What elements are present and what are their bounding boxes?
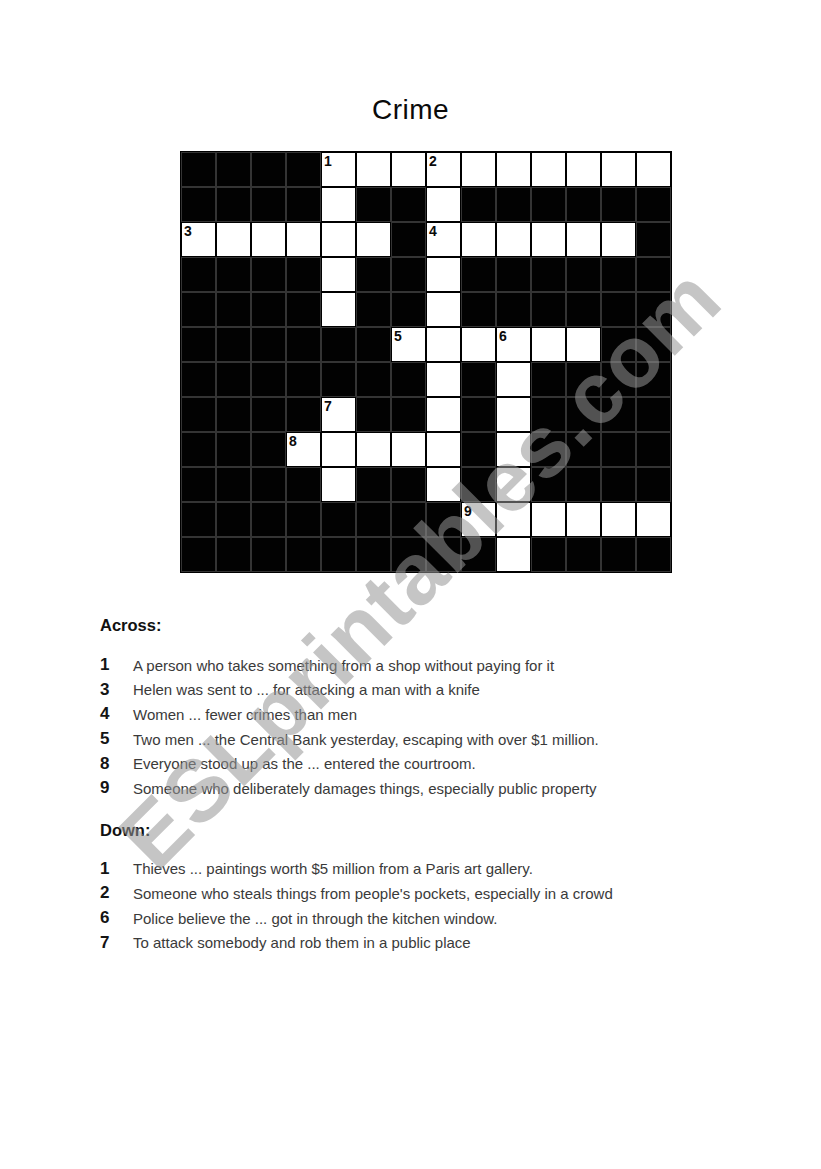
block-cell — [181, 292, 216, 327]
letter-cell[interactable] — [426, 187, 461, 222]
block-cell — [601, 362, 636, 397]
letter-cell[interactable] — [566, 327, 601, 362]
block-cell — [496, 187, 531, 222]
letter-cell[interactable] — [531, 152, 566, 187]
block-cell — [216, 432, 251, 467]
block-cell — [181, 187, 216, 222]
cell-number: 3 — [184, 223, 192, 239]
across-clue-number: 9 — [100, 778, 133, 798]
letter-cell[interactable] — [496, 432, 531, 467]
cell-number: 7 — [324, 398, 332, 414]
down-clue-text: Someone who steals things from people's … — [133, 885, 613, 902]
letter-cell[interactable] — [461, 327, 496, 362]
block-cell — [216, 362, 251, 397]
letter-cell[interactable] — [531, 222, 566, 257]
cell-number: 4 — [429, 223, 437, 239]
across-clue-number: 4 — [100, 704, 133, 724]
cell-number: 9 — [464, 503, 472, 519]
block-cell — [426, 537, 461, 572]
letter-cell[interactable] — [566, 222, 601, 257]
block-cell — [636, 467, 671, 502]
block-cell — [461, 397, 496, 432]
block-cell — [216, 257, 251, 292]
block-cell — [286, 537, 321, 572]
block-cell — [531, 292, 566, 327]
block-cell — [531, 397, 566, 432]
block-cell — [356, 327, 391, 362]
down-clue-row: 7To attack somebody and rob them in a pu… — [100, 930, 740, 955]
block-cell — [286, 257, 321, 292]
block-cell — [391, 537, 426, 572]
block-cell — [181, 467, 216, 502]
block-cell — [286, 397, 321, 432]
letter-cell[interactable]: 9 — [461, 502, 496, 537]
block-cell — [531, 537, 566, 572]
block-cell — [391, 362, 426, 397]
letter-cell[interactable] — [531, 502, 566, 537]
block-cell — [601, 397, 636, 432]
block-cell — [531, 467, 566, 502]
block-cell — [636, 257, 671, 292]
block-cell — [636, 187, 671, 222]
across-clue-text: Helen was sent to ... for attacking a ma… — [133, 681, 480, 698]
letter-cell[interactable] — [356, 222, 391, 257]
block-cell — [216, 327, 251, 362]
block-cell — [321, 502, 356, 537]
block-cell — [391, 502, 426, 537]
letter-cell[interactable]: 4 — [426, 222, 461, 257]
block-cell — [531, 187, 566, 222]
letter-cell[interactable] — [601, 222, 636, 257]
block-cell — [566, 187, 601, 222]
block-cell — [181, 432, 216, 467]
block-cell — [496, 292, 531, 327]
letter-cell[interactable] — [496, 397, 531, 432]
block-cell — [531, 257, 566, 292]
block-cell — [461, 467, 496, 502]
letter-cell[interactable] — [356, 432, 391, 467]
letter-cell[interactable] — [496, 152, 531, 187]
cell-number: 8 — [289, 433, 297, 449]
block-cell — [601, 467, 636, 502]
block-cell — [216, 537, 251, 572]
block-cell — [286, 467, 321, 502]
block-cell — [251, 257, 286, 292]
block-cell — [391, 257, 426, 292]
block-cell — [391, 292, 426, 327]
letter-cell[interactable] — [321, 222, 356, 257]
block-cell — [461, 292, 496, 327]
down-clue-list: 1Thieves ... paintings worth $5 million … — [100, 857, 740, 955]
letter-cell[interactable] — [321, 257, 356, 292]
letter-cell[interactable] — [286, 222, 321, 257]
block-cell — [356, 187, 391, 222]
worksheet-page: Crime 123456789 Across: 1A person who ta… — [0, 0, 821, 1169]
block-cell — [251, 467, 286, 502]
block-cell — [356, 257, 391, 292]
block-cell — [251, 327, 286, 362]
across-clue-number: 8 — [100, 754, 133, 774]
block-cell — [286, 152, 321, 187]
letter-cell[interactable] — [426, 327, 461, 362]
across-header: Across: — [100, 616, 740, 635]
block-cell — [496, 257, 531, 292]
letter-cell[interactable] — [426, 432, 461, 467]
block-cell — [636, 362, 671, 397]
block-cell — [181, 257, 216, 292]
letter-cell[interactable] — [426, 257, 461, 292]
across-clue-row: 3Helen was sent to ... for attacking a m… — [100, 678, 740, 703]
letter-cell[interactable]: 5 — [391, 327, 426, 362]
block-cell — [636, 537, 671, 572]
across-clue-row: 9Someone who deliberately damages things… — [100, 776, 740, 801]
block-cell — [251, 537, 286, 572]
block-cell — [251, 292, 286, 327]
letter-cell[interactable] — [566, 152, 601, 187]
down-header: Down: — [100, 821, 740, 840]
letter-cell[interactable] — [426, 467, 461, 502]
block-cell — [601, 257, 636, 292]
block-cell — [251, 362, 286, 397]
crossword-grid: 123456789 — [180, 151, 672, 573]
block-cell — [461, 537, 496, 572]
block-cell — [216, 467, 251, 502]
block-cell — [636, 222, 671, 257]
letter-cell[interactable] — [321, 432, 356, 467]
block-cell — [251, 397, 286, 432]
block-cell — [636, 292, 671, 327]
block-cell — [391, 467, 426, 502]
letter-cell[interactable] — [356, 152, 391, 187]
letter-cell[interactable] — [391, 432, 426, 467]
clues-section: Across: 1A person who takes something fr… — [100, 616, 740, 955]
letter-cell[interactable] — [426, 292, 461, 327]
page-title: Crime — [0, 94, 821, 126]
letter-cell[interactable] — [496, 502, 531, 537]
down-clue-number: 1 — [100, 859, 133, 879]
letter-cell[interactable] — [601, 502, 636, 537]
across-clue-number: 3 — [100, 680, 133, 700]
cell-number: 5 — [394, 328, 402, 344]
block-cell — [601, 537, 636, 572]
block-cell — [531, 432, 566, 467]
letter-cell[interactable] — [496, 362, 531, 397]
across-clue-text: Women ... fewer crimes than men — [133, 706, 357, 723]
down-clue-number: 2 — [100, 883, 133, 903]
block-cell — [461, 432, 496, 467]
across-clue-row: 5Two men ... the Central Bank yesterday,… — [100, 727, 740, 752]
letter-cell[interactable] — [496, 537, 531, 572]
block-cell — [636, 327, 671, 362]
letter-cell[interactable] — [566, 502, 601, 537]
letter-cell[interactable]: 1 — [321, 152, 356, 187]
down-clue-row: 1Thieves ... paintings worth $5 million … — [100, 857, 740, 882]
block-cell — [566, 257, 601, 292]
block-cell — [286, 362, 321, 397]
down-clue-text: Police believe the ... got in through th… — [133, 910, 497, 927]
letter-cell[interactable] — [426, 362, 461, 397]
block-cell — [286, 187, 321, 222]
letter-cell[interactable] — [531, 327, 566, 362]
block-cell — [216, 152, 251, 187]
block-cell — [181, 397, 216, 432]
block-cell — [356, 467, 391, 502]
across-clue-text: Everyone stood up as the ... entered the… — [133, 755, 476, 772]
cell-number: 1 — [324, 153, 332, 169]
block-cell — [181, 327, 216, 362]
block-cell — [216, 397, 251, 432]
block-cell — [181, 502, 216, 537]
block-cell — [601, 292, 636, 327]
block-cell — [391, 187, 426, 222]
block-cell — [286, 327, 321, 362]
letter-cell[interactable] — [461, 222, 496, 257]
block-cell — [566, 432, 601, 467]
letter-cell[interactable] — [601, 152, 636, 187]
across-clue-text: A person who takes something from a shop… — [133, 657, 554, 674]
across-clue-list: 1A person who takes something from a sho… — [100, 653, 740, 801]
down-clue-row: 2Someone who steals things from people's… — [100, 881, 740, 906]
block-cell — [181, 537, 216, 572]
block-cell — [251, 432, 286, 467]
letter-cell[interactable] — [391, 152, 426, 187]
block-cell — [286, 292, 321, 327]
block-cell — [251, 187, 286, 222]
across-clue-row: 4Women ... fewer crimes than men — [100, 702, 740, 727]
down-clue-row: 6Police believe the ... got in through t… — [100, 906, 740, 931]
down-clue-number: 7 — [100, 933, 133, 953]
down-clue-number: 6 — [100, 908, 133, 928]
across-clue-number: 5 — [100, 729, 133, 749]
block-cell — [286, 502, 321, 537]
block-cell — [321, 537, 356, 572]
across-clue-row: 8Everyone stood up as the ... entered th… — [100, 751, 740, 776]
across-clue-number: 1 — [100, 655, 133, 675]
block-cell — [356, 362, 391, 397]
letter-cell[interactable] — [426, 397, 461, 432]
letter-cell[interactable] — [321, 292, 356, 327]
block-cell — [461, 257, 496, 292]
block-cell — [636, 397, 671, 432]
down-clue-text: To attack somebody and rob them in a pub… — [133, 934, 471, 951]
block-cell — [566, 467, 601, 502]
block-cell — [181, 152, 216, 187]
across-clue-text: Someone who deliberately damages things,… — [133, 780, 597, 797]
block-cell — [566, 397, 601, 432]
block-cell — [636, 432, 671, 467]
letter-cell[interactable]: 6 — [496, 327, 531, 362]
block-cell — [391, 222, 426, 257]
letter-cell[interactable]: 3 — [181, 222, 216, 257]
cell-number: 6 — [499, 328, 507, 344]
block-cell — [566, 292, 601, 327]
block-cell — [356, 502, 391, 537]
block-cell — [531, 362, 566, 397]
block-cell — [601, 432, 636, 467]
block-cell — [356, 397, 391, 432]
letter-cell[interactable] — [636, 502, 671, 537]
block-cell — [461, 187, 496, 222]
block-cell — [216, 502, 251, 537]
across-clue-row: 1A person who takes something from a sho… — [100, 653, 740, 678]
cell-number: 2 — [429, 153, 437, 169]
letter-cell[interactable] — [636, 152, 671, 187]
block-cell — [566, 362, 601, 397]
letter-cell[interactable]: 2 — [426, 152, 461, 187]
letter-cell[interactable]: 8 — [286, 432, 321, 467]
block-cell — [461, 362, 496, 397]
block-cell — [601, 327, 636, 362]
block-cell — [391, 397, 426, 432]
block-cell — [216, 187, 251, 222]
block-cell — [321, 362, 356, 397]
down-clue-text: Thieves ... paintings worth $5 million f… — [133, 860, 533, 877]
letter-cell[interactable] — [461, 152, 496, 187]
block-cell — [321, 327, 356, 362]
block-cell — [566, 537, 601, 572]
block-cell — [181, 362, 216, 397]
across-clue-text: Two men ... the Central Bank yesterday, … — [133, 731, 599, 748]
block-cell — [601, 187, 636, 222]
letter-cell[interactable]: 7 — [321, 397, 356, 432]
block-cell — [426, 502, 461, 537]
block-cell — [251, 502, 286, 537]
letter-cell[interactable] — [251, 222, 286, 257]
letter-cell[interactable] — [496, 222, 531, 257]
letter-cell[interactable] — [321, 187, 356, 222]
block-cell — [356, 292, 391, 327]
block-cell — [356, 537, 391, 572]
block-cell — [216, 292, 251, 327]
letter-cell[interactable] — [321, 467, 356, 502]
letter-cell[interactable] — [216, 222, 251, 257]
letter-cell[interactable] — [496, 467, 531, 502]
block-cell — [251, 152, 286, 187]
